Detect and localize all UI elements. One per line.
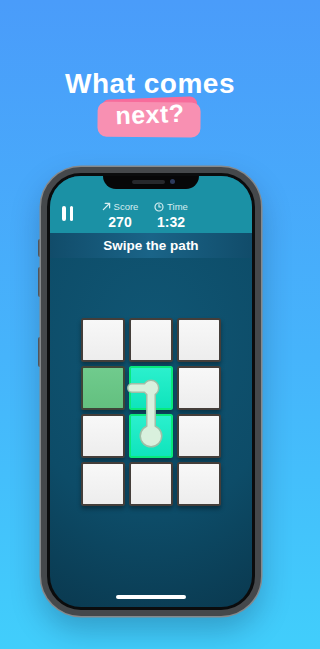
time-label: Time — [167, 201, 188, 212]
page-title-accent: next? — [115, 99, 185, 129]
cell-r1c1[interactable] — [81, 318, 125, 362]
cell-r3c2[interactable] — [129, 414, 173, 458]
cell-r3c1[interactable] — [81, 414, 125, 458]
pause-button[interactable] — [62, 206, 74, 221]
title-highlight-badge: next? — [102, 96, 198, 134]
cell-r4c3[interactable] — [177, 462, 221, 506]
cell-r1c3[interactable] — [177, 318, 221, 362]
board-grid[interactable] — [81, 318, 221, 506]
speaker-icon — [132, 180, 165, 184]
phone-mockup: Score 270 Time 1:32 Swipe the path — [41, 167, 261, 616]
camera-icon — [170, 179, 175, 184]
cell-r2c2[interactable] — [129, 366, 173, 410]
cell-r4c1[interactable] — [81, 462, 125, 506]
notch — [103, 176, 199, 189]
cell-r2c1[interactable] — [81, 366, 125, 410]
game-screen: Score 270 Time 1:32 Swipe the path — [50, 176, 252, 607]
score-arrow-icon — [102, 202, 111, 211]
cell-r1c2[interactable] — [129, 318, 173, 362]
page-title: What comes — [0, 70, 300, 98]
time-clock-icon — [154, 202, 164, 212]
score-label: Score — [114, 201, 139, 212]
time-stat: Time 1:32 — [140, 201, 202, 230]
pause-icon — [70, 206, 74, 221]
pause-icon — [62, 206, 66, 221]
home-indicator[interactable] — [116, 595, 186, 599]
cell-r4c2[interactable] — [129, 462, 173, 506]
time-value: 1:32 — [140, 214, 202, 230]
cell-r2c3[interactable] — [177, 366, 221, 410]
cell-r3c3[interactable] — [177, 414, 221, 458]
instruction-banner: Swipe the path — [50, 233, 252, 258]
